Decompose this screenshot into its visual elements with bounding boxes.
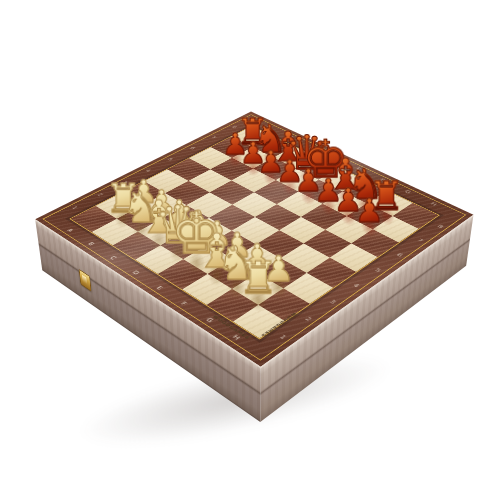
coordinate-label: 1 xyxy=(55,197,95,219)
red-pawn-glyph: ♟ xyxy=(355,194,384,226)
chess-box: ♜♞♝♛♚♝♞♜♟♟♟♟♟♟♟♟♟♟♟♟♟♟♟♟♜♞♝♛♚♝♞♜ ABCDEFG… xyxy=(35,111,473,366)
board-face: ♜♞♝♛♚♝♞♜♟♟♟♟♟♟♟♟♟♟♟♟♟♟♟♟♜♞♝♛♚♝♞♜ ABCDEFG… xyxy=(35,111,473,366)
brass-latch[interactable] xyxy=(79,269,92,292)
chess-set-product-photo: ♜♞♝♛♚♝♞♜♟♟♟♟♟♟♟♟♟♟♟♟♟♟♟♟♜♞♝♛♚♝♞♜ ABCDEFG… xyxy=(0,0,500,500)
white-rook-glyph: ♜ xyxy=(238,255,278,300)
